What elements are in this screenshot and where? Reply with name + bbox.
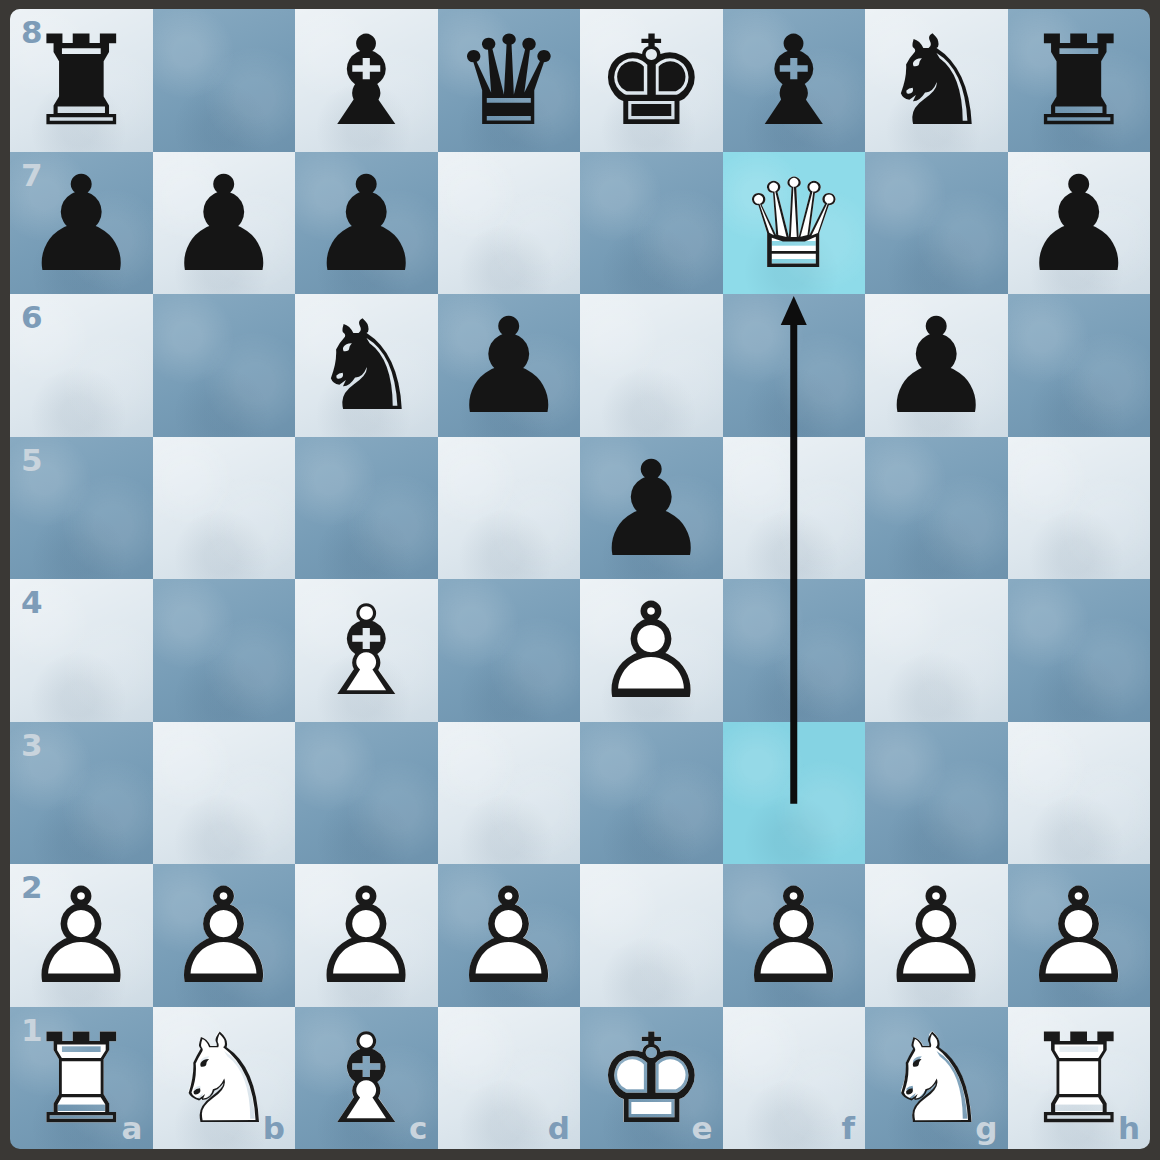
white-knight[interactable]: ♞♘ xyxy=(865,1008,1008,1150)
rank-label-6: 6 xyxy=(21,302,43,333)
square-h2[interactable]: ♟♙ xyxy=(1008,864,1151,1007)
square-d6[interactable]: ♟ xyxy=(438,294,581,437)
black-knight[interactable]: ♞ xyxy=(865,10,1008,153)
square-h8[interactable]: ♜ xyxy=(1008,9,1151,152)
piece-outline: ♘ xyxy=(153,1008,296,1150)
square-a3[interactable]: 3 xyxy=(10,722,153,865)
square-c1[interactable]: c♝♗ xyxy=(295,1007,438,1150)
square-c6[interactable]: ♞ xyxy=(295,294,438,437)
square-a8[interactable]: 8♜ xyxy=(10,9,153,152)
white-rook[interactable]: ♜♖ xyxy=(1008,1008,1151,1150)
square-g7[interactable] xyxy=(865,152,1008,295)
square-c4[interactable]: ♝♗ xyxy=(295,579,438,722)
square-c2[interactable]: ♟♙ xyxy=(295,864,438,1007)
piece-outline: ♙ xyxy=(153,865,296,1008)
piece-outline: ♗ xyxy=(295,580,438,723)
piece-outline: ♔ xyxy=(580,1008,723,1150)
piece-outline: ♘ xyxy=(865,1008,1008,1150)
square-f3[interactable] xyxy=(723,722,866,865)
square-f2[interactable]: ♟♙ xyxy=(723,864,866,1007)
white-pawn[interactable]: ♟♙ xyxy=(438,865,581,1008)
piece-outline: ♙ xyxy=(865,865,1008,1008)
black-pawn[interactable]: ♟ xyxy=(580,438,723,581)
square-h3[interactable] xyxy=(1008,722,1151,865)
board-area: 8♜♝♛♚♝♞♜7♟♟♟♛♕♟6♞♟♟5♟4♝♗♟♙32♟♙♟♙♟♙♟♙♟♙♟♙… xyxy=(10,9,1150,1149)
square-b4[interactable] xyxy=(153,579,296,722)
piece-outline: ♙ xyxy=(295,865,438,1008)
square-h6[interactable] xyxy=(1008,294,1151,437)
square-b5[interactable] xyxy=(153,437,296,580)
square-d4[interactable] xyxy=(438,579,581,722)
file-label-f: f xyxy=(842,1113,856,1144)
square-a2[interactable]: 2♟♙ xyxy=(10,864,153,1007)
white-rook[interactable]: ♜♖ xyxy=(10,1008,153,1150)
white-queen[interactable]: ♛♕ xyxy=(723,153,866,296)
square-b7[interactable]: ♟ xyxy=(153,152,296,295)
black-pawn[interactable]: ♟ xyxy=(1008,153,1151,296)
square-e7[interactable] xyxy=(580,152,723,295)
square-f5[interactable] xyxy=(723,437,866,580)
black-pawn[interactable]: ♟ xyxy=(153,153,296,296)
white-pawn[interactable]: ♟♙ xyxy=(10,865,153,1008)
black-rook[interactable]: ♜ xyxy=(1008,10,1151,153)
square-a1[interactable]: 1a♜♖ xyxy=(10,1007,153,1150)
black-rook[interactable]: ♜ xyxy=(10,10,153,153)
square-a4[interactable]: 4 xyxy=(10,579,153,722)
square-c7[interactable]: ♟ xyxy=(295,152,438,295)
black-king[interactable]: ♚ xyxy=(580,10,723,153)
square-h7[interactable]: ♟ xyxy=(1008,152,1151,295)
white-bishop[interactable]: ♝♗ xyxy=(295,1008,438,1150)
board-frame: 8♜♝♛♚♝♞♜7♟♟♟♛♕♟6♞♟♟5♟4♝♗♟♙32♟♙♟♙♟♙♟♙♟♙♟♙… xyxy=(0,0,1160,1160)
square-h5[interactable] xyxy=(1008,437,1151,580)
white-king[interactable]: ♚♔ xyxy=(580,1008,723,1150)
black-knight[interactable]: ♞ xyxy=(295,295,438,438)
square-d5[interactable] xyxy=(438,437,581,580)
white-pawn[interactable]: ♟♙ xyxy=(153,865,296,1008)
square-e5[interactable]: ♟ xyxy=(580,437,723,580)
square-g2[interactable]: ♟♙ xyxy=(865,864,1008,1007)
white-bishop[interactable]: ♝♗ xyxy=(295,580,438,723)
square-a5[interactable]: 5 xyxy=(10,437,153,580)
white-pawn[interactable]: ♟♙ xyxy=(1008,865,1151,1008)
piece-outline: ♕ xyxy=(723,153,866,296)
square-b3[interactable] xyxy=(153,722,296,865)
black-pawn[interactable]: ♟ xyxy=(865,295,1008,438)
square-b2[interactable]: ♟♙ xyxy=(153,864,296,1007)
piece-outline: ♖ xyxy=(1008,1008,1151,1150)
white-pawn[interactable]: ♟♙ xyxy=(580,580,723,723)
square-c3[interactable] xyxy=(295,722,438,865)
square-f7[interactable]: ♛♕ xyxy=(723,152,866,295)
rank-label-3: 3 xyxy=(21,730,43,761)
square-f4[interactable] xyxy=(723,579,866,722)
piece-outline: ♙ xyxy=(438,865,581,1008)
piece-outline: ♙ xyxy=(10,865,153,1008)
square-d8[interactable]: ♛ xyxy=(438,9,581,152)
square-e6[interactable] xyxy=(580,294,723,437)
black-bishop[interactable]: ♝ xyxy=(295,10,438,153)
square-g8[interactable]: ♞ xyxy=(865,9,1008,152)
square-g1[interactable]: g♞♘ xyxy=(865,1007,1008,1150)
square-b1[interactable]: b♞♘ xyxy=(153,1007,296,1150)
black-pawn[interactable]: ♟ xyxy=(10,153,153,296)
white-knight[interactable]: ♞♘ xyxy=(153,1008,296,1150)
piece-outline: ♗ xyxy=(295,1008,438,1150)
file-label-d: d xyxy=(548,1113,570,1144)
square-e1[interactable]: e♚♔ xyxy=(580,1007,723,1150)
square-d2[interactable]: ♟♙ xyxy=(438,864,581,1007)
piece-outline: ♙ xyxy=(580,580,723,723)
square-e4[interactable]: ♟♙ xyxy=(580,579,723,722)
rank-label-4: 4 xyxy=(21,587,43,618)
piece-outline: ♖ xyxy=(10,1008,153,1150)
square-g5[interactable] xyxy=(865,437,1008,580)
square-g6[interactable]: ♟ xyxy=(865,294,1008,437)
square-a7[interactable]: 7♟ xyxy=(10,152,153,295)
white-pawn[interactable]: ♟♙ xyxy=(723,865,866,1008)
square-d7[interactable] xyxy=(438,152,581,295)
white-pawn[interactable]: ♟♙ xyxy=(865,865,1008,1008)
square-g4[interactable] xyxy=(865,579,1008,722)
square-e3[interactable] xyxy=(580,722,723,865)
square-a6[interactable]: 6 xyxy=(10,294,153,437)
square-b8[interactable] xyxy=(153,9,296,152)
black-pawn[interactable]: ♟ xyxy=(295,153,438,296)
square-d1[interactable]: d xyxy=(438,1007,581,1150)
square-c8[interactable]: ♝ xyxy=(295,9,438,152)
square-f1[interactable]: f xyxy=(723,1007,866,1150)
square-f8[interactable]: ♝ xyxy=(723,9,866,152)
square-e2[interactable] xyxy=(580,864,723,1007)
chess-board: 8♜♝♛♚♝♞♜7♟♟♟♛♕♟6♞♟♟5♟4♝♗♟♙32♟♙♟♙♟♙♟♙♟♙♟♙… xyxy=(10,9,1150,1149)
square-h4[interactable] xyxy=(1008,579,1151,722)
square-c5[interactable] xyxy=(295,437,438,580)
piece-outline: ♙ xyxy=(723,865,866,1008)
square-d3[interactable] xyxy=(438,722,581,865)
black-pawn[interactable]: ♟ xyxy=(438,295,581,438)
white-pawn[interactable]: ♟♙ xyxy=(295,865,438,1008)
square-b6[interactable] xyxy=(153,294,296,437)
square-f6[interactable] xyxy=(723,294,866,437)
square-e8[interactable]: ♚ xyxy=(580,9,723,152)
piece-outline: ♙ xyxy=(1008,865,1151,1008)
square-h1[interactable]: h♜♖ xyxy=(1008,1007,1151,1150)
rank-label-5: 5 xyxy=(21,445,43,476)
black-bishop[interactable]: ♝ xyxy=(723,10,866,153)
black-queen[interactable]: ♛ xyxy=(438,10,581,153)
square-g3[interactable] xyxy=(865,722,1008,865)
